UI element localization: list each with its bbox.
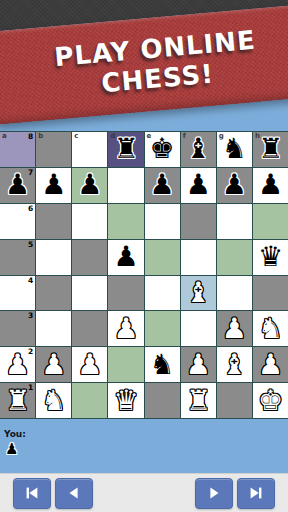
file-label-c: c [74,132,78,140]
square-b6[interactable] [36,204,71,239]
square-e6[interactable] [145,204,180,239]
square-a3[interactable]: 3 [0,311,35,346]
white-pawn: ♟ [77,351,102,379]
square-d4[interactable] [108,276,143,311]
step-back-icon [65,484,83,502]
nav-group-forward [195,478,275,509]
black-pawn: ♟ [150,171,175,199]
square-h1[interactable]: ♚ [253,383,288,418]
black-pawn: ♟ [77,171,102,199]
square-a2[interactable]: 2♟ [0,347,35,382]
square-f4[interactable]: ♝ [181,276,216,311]
white-bishop: ♝ [186,279,211,307]
square-g3[interactable]: ♟ [217,311,252,346]
white-pawn: ♟ [41,351,66,379]
app-screen: PLAY ONLINE CHESS! a8bcd♜e♚f♝g♞h♜7♟♟♟♟♟♟… [0,0,288,512]
square-c2[interactable]: ♟ [72,347,107,382]
square-a4[interactable]: 4 [0,276,35,311]
square-b8[interactable]: b [36,132,71,167]
square-c1[interactable] [72,383,107,418]
go-prev-button[interactable] [55,478,93,509]
square-h6[interactable] [253,204,288,239]
square-c8[interactable]: c [72,132,107,167]
square-h2[interactable]: ♟ [253,347,288,382]
file-label-b: b [38,132,43,140]
nav-group-back [13,478,93,509]
square-h5[interactable]: ♛ [253,240,288,275]
square-g7[interactable]: ♟ [217,168,252,203]
white-rook: ♜ [5,387,30,415]
rank-label-8: 8 [28,132,33,141]
square-f3[interactable] [181,311,216,346]
black-pawn: ♟ [113,243,138,271]
white-queen: ♛ [113,387,138,415]
square-g8[interactable]: g♞ [217,132,252,167]
player-info-strip: You: ♟ [0,419,288,473]
square-e4[interactable] [145,276,180,311]
square-e3[interactable] [145,311,180,346]
square-f1[interactable]: ♜ [181,383,216,418]
square-a8[interactable]: a8 [0,132,35,167]
square-c7[interactable]: ♟ [72,168,107,203]
rank-label-5: 5 [28,240,33,249]
square-g1[interactable] [217,383,252,418]
square-e7[interactable]: ♟ [145,168,180,203]
black-pawn: ♟ [41,171,66,199]
square-f8[interactable]: f♝ [181,132,216,167]
square-c4[interactable] [72,276,107,311]
file-label-d: d [110,132,115,140]
white-knight: ♞ [41,387,66,415]
square-b4[interactable] [36,276,71,311]
black-pawn: ♟ [5,171,30,199]
square-e2[interactable]: ♞ [145,347,180,382]
white-bishop: ♝ [222,351,247,379]
black-pawn: ♟ [222,171,247,199]
black-pawn: ♟ [258,171,283,199]
white-knight: ♞ [258,315,283,343]
square-h7[interactable]: ♟ [253,168,288,203]
black-knight: ♞ [222,135,247,163]
rank-label-1: 1 [28,383,33,392]
file-label-g: g [219,132,224,140]
rank-label-2: 2 [28,347,33,356]
black-knight: ♞ [150,351,175,379]
square-h4[interactable] [253,276,288,311]
black-pawn: ♟ [186,171,211,199]
square-d6[interactable] [108,204,143,239]
square-g4[interactable] [217,276,252,311]
square-h8[interactable]: h♜ [253,132,288,167]
skip-back-icon [23,484,41,502]
square-c6[interactable] [72,204,107,239]
square-b3[interactable] [36,311,71,346]
square-a5[interactable]: 5 [0,240,35,275]
square-g5[interactable] [217,240,252,275]
square-d8[interactable]: d♜ [108,132,143,167]
black-rook: ♜ [113,135,138,163]
white-pawn: ♟ [186,351,211,379]
square-e1[interactable] [145,383,180,418]
square-d7[interactable] [108,168,143,203]
square-d3[interactable]: ♟ [108,311,143,346]
square-a7[interactable]: 7♟ [0,168,35,203]
you-label: You: [4,429,26,439]
square-d2[interactable] [108,347,143,382]
go-last-button[interactable] [237,478,275,509]
white-pawn: ♟ [258,351,283,379]
square-f5[interactable] [181,240,216,275]
white-pawn: ♟ [5,351,30,379]
square-g6[interactable] [217,204,252,239]
move-navigation-bar [0,473,288,512]
black-bishop: ♝ [186,135,211,163]
black-rook: ♜ [258,135,283,163]
file-label-a: a [2,132,7,140]
square-e5[interactable] [145,240,180,275]
white-rook: ♜ [186,387,211,415]
square-f6[interactable] [181,204,216,239]
step-forward-icon [205,484,223,502]
square-d5[interactable]: ♟ [108,240,143,275]
rank-label-4: 4 [28,276,33,285]
square-f2[interactable]: ♟ [181,347,216,382]
square-b1[interactable]: ♞ [36,383,71,418]
black-queen: ♛ [258,243,283,271]
file-label-e: e [147,132,152,140]
square-c3[interactable] [72,311,107,346]
go-first-button[interactable] [13,478,51,509]
square-c5[interactable] [72,240,107,275]
rank-label-3: 3 [28,311,33,320]
square-e8[interactable]: e♚ [145,132,180,167]
square-b7[interactable]: ♟ [36,168,71,203]
square-b2[interactable]: ♟ [36,347,71,382]
white-king: ♚ [258,387,283,415]
black-pawn-icon: ♟ [5,441,288,458]
chess-board: a8bcd♜e♚f♝g♞h♜7♟♟♟♟♟♟♟65♟♛4♝3♟♟♞2♟♟♟♞♟♝♟… [0,131,288,419]
square-a1[interactable]: 1♜ [0,383,35,418]
square-g2[interactable]: ♝ [217,347,252,382]
square-d1[interactable]: ♛ [108,383,143,418]
white-pawn: ♟ [113,315,138,343]
square-f7[interactable]: ♟ [181,168,216,203]
file-label-f: f [183,132,186,140]
square-a6[interactable]: 6 [0,204,35,239]
white-pawn: ♟ [222,315,247,343]
promo-header: PLAY ONLINE CHESS! [0,0,288,131]
square-b5[interactable] [36,240,71,275]
skip-forward-icon [247,484,265,502]
square-h3[interactable]: ♞ [253,311,288,346]
rank-label-6: 6 [28,204,33,213]
file-label-h: h [255,132,260,140]
black-king: ♚ [150,135,175,163]
rank-label-7: 7 [28,168,33,177]
go-next-button[interactable] [195,478,233,509]
